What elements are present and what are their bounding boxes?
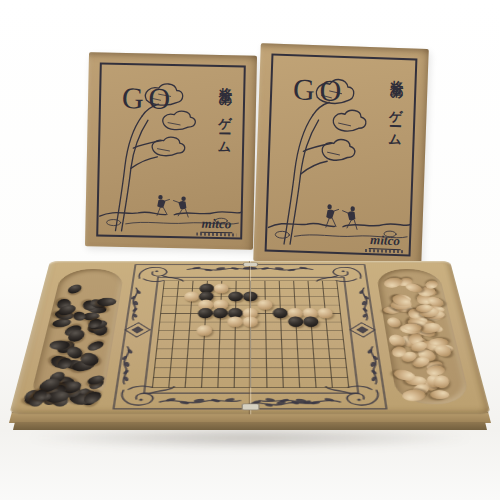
white-stone — [317, 308, 332, 318]
black-stone — [303, 316, 318, 327]
black-stone — [213, 308, 228, 318]
white-stone — [386, 317, 401, 327]
go-box-cover-left: GO 将軍のゲーム mitco — [85, 52, 257, 249]
white-stone — [196, 325, 211, 336]
black-stone — [273, 308, 288, 318]
white-stone — [429, 390, 451, 400]
clasp-icon — [243, 263, 258, 267]
box-title: GO — [259, 71, 381, 109]
white-stone — [184, 292, 199, 302]
black-stone — [85, 340, 107, 353]
board-shadow — [28, 428, 472, 448]
go-box-cover-right: GO 将軍のゲーム mitco — [253, 43, 429, 267]
white-stone — [258, 300, 272, 310]
black-stone — [65, 284, 84, 295]
brand-logo: mitco — [196, 215, 236, 237]
brand-name: mitco — [369, 232, 401, 250]
go-board — [9, 261, 491, 414]
box-title: GO — [88, 80, 210, 117]
product-photo: GO 将軍のゲーム mitco — [0, 0, 500, 500]
brand-name: mitco — [200, 216, 232, 234]
clasp-icon — [242, 404, 260, 411]
white-stone — [214, 284, 228, 294]
box-subtitle-vertical: 将軍のゲーム — [213, 77, 234, 237]
white-stone — [227, 316, 242, 327]
black-stone — [71, 311, 86, 322]
black-stone — [97, 297, 117, 305]
brand-logo: mitco — [365, 231, 406, 253]
black-stone — [198, 308, 213, 318]
black-stone — [228, 292, 242, 302]
fold-seam-highlight — [250, 261, 251, 414]
board-front-edge-bottom-layer — [13, 422, 487, 430]
black-stone — [288, 316, 303, 327]
